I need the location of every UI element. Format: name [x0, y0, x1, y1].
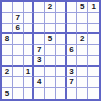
given-cell-r1c9: 1: [88, 2, 99, 13]
given-cell-r1c5: 2: [45, 2, 56, 13]
given-cell-r8c7: 7: [67, 77, 78, 88]
empty-cell-r9c8[interactable]: [77, 88, 88, 99]
empty-cell-r8c9[interactable]: [88, 77, 99, 88]
empty-cell-r3c3[interactable]: [24, 24, 35, 35]
empty-cell-r4c7[interactable]: [67, 34, 78, 45]
empty-cell-r9c3[interactable]: [24, 88, 35, 99]
empty-cell-r2c1[interactable]: [2, 13, 13, 24]
empty-cell-r6c2[interactable]: [13, 56, 24, 67]
empty-cell-r2c8[interactable]: [77, 13, 88, 24]
empty-cell-r7c5[interactable]: [45, 67, 56, 78]
given-cell-r4c5: 5: [45, 34, 56, 45]
empty-cell-r3c4[interactable]: [34, 24, 45, 35]
empty-cell-r7c9[interactable]: [88, 67, 99, 78]
empty-cell-r9c4[interactable]: [34, 88, 45, 99]
empty-cell-r2c3[interactable]: [24, 13, 35, 24]
empty-cell-r5c9[interactable]: [88, 45, 99, 56]
empty-cell-r8c3[interactable]: [24, 77, 35, 88]
empty-cell-r8c5[interactable]: [45, 77, 56, 88]
given-cell-r7c7: 3: [67, 67, 78, 78]
empty-cell-r3c7[interactable]: [67, 24, 78, 35]
empty-cell-r4c3[interactable]: [24, 34, 35, 45]
empty-cell-r5c3[interactable]: [24, 45, 35, 56]
empty-cell-r2c4[interactable]: [34, 13, 45, 24]
empty-cell-r9c2[interactable]: [13, 88, 24, 99]
empty-cell-r2c9[interactable]: [88, 13, 99, 24]
empty-cell-r6c5[interactable]: [45, 56, 56, 67]
empty-cell-r8c6[interactable]: [56, 77, 67, 88]
empty-cell-r3c5[interactable]: [45, 24, 56, 35]
empty-cell-r6c6[interactable]: [56, 56, 67, 67]
empty-cell-r5c8[interactable]: [77, 45, 88, 56]
empty-cell-r1c7[interactable]: [67, 2, 78, 13]
given-cell-r9c1: 5: [2, 88, 13, 99]
empty-cell-r9c9[interactable]: [88, 88, 99, 99]
empty-cell-r8c1[interactable]: [2, 77, 13, 88]
empty-cell-r2c5[interactable]: [45, 13, 56, 24]
empty-cell-r1c6[interactable]: [56, 2, 67, 13]
sudoku-board: 25176852763213475: [0, 0, 101, 101]
empty-cell-r8c8[interactable]: [77, 77, 88, 88]
empty-cell-r1c3[interactable]: [24, 2, 35, 13]
empty-cell-r5c5[interactable]: [45, 45, 56, 56]
empty-cell-r6c8[interactable]: [77, 56, 88, 67]
empty-cell-r5c1[interactable]: [2, 45, 13, 56]
empty-cell-r3c8[interactable]: [77, 24, 88, 35]
empty-cell-r4c9[interactable]: [88, 34, 99, 45]
empty-cell-r8c2[interactable]: [13, 77, 24, 88]
empty-cell-r7c6[interactable]: [56, 67, 67, 78]
given-cell-r1c8: 5: [77, 2, 88, 13]
empty-cell-r6c3[interactable]: [24, 56, 35, 67]
empty-cell-r1c1[interactable]: [2, 2, 13, 13]
empty-cell-r6c7[interactable]: [67, 56, 78, 67]
empty-cell-r1c2[interactable]: [13, 2, 24, 13]
empty-cell-r9c6[interactable]: [56, 88, 67, 99]
empty-cell-r3c6[interactable]: [56, 24, 67, 35]
given-cell-r2c2: 7: [13, 13, 24, 24]
empty-cell-r2c7[interactable]: [67, 13, 78, 24]
given-cell-r4c8: 2: [77, 34, 88, 45]
empty-cell-r3c1[interactable]: [2, 24, 13, 35]
empty-cell-r2c6[interactable]: [56, 13, 67, 24]
empty-cell-r6c1[interactable]: [2, 56, 13, 67]
given-cell-r3c2: 6: [13, 24, 24, 35]
empty-cell-r3c9[interactable]: [88, 24, 99, 35]
given-cell-r5c4: 7: [34, 45, 45, 56]
empty-cell-r4c6[interactable]: [56, 34, 67, 45]
given-cell-r5c7: 6: [67, 45, 78, 56]
empty-cell-r4c4[interactable]: [34, 34, 45, 45]
given-cell-r7c3: 1: [24, 67, 35, 78]
empty-cell-r9c5[interactable]: [45, 88, 56, 99]
empty-cell-r7c8[interactable]: [77, 67, 88, 78]
given-cell-r7c1: 2: [2, 67, 13, 78]
given-cell-r4c1: 8: [2, 34, 13, 45]
empty-cell-r5c2[interactable]: [13, 45, 24, 56]
given-cell-r6c4: 3: [34, 56, 45, 67]
empty-cell-r5c6[interactable]: [56, 45, 67, 56]
empty-cell-r4c2[interactable]: [13, 34, 24, 45]
empty-cell-r1c4[interactable]: [34, 2, 45, 13]
empty-cell-r6c9[interactable]: [88, 56, 99, 67]
empty-cell-r7c4[interactable]: [34, 67, 45, 78]
empty-cell-r9c7[interactable]: [67, 88, 78, 99]
given-cell-r8c4: 4: [34, 77, 45, 88]
empty-cell-r7c2[interactable]: [13, 67, 24, 78]
